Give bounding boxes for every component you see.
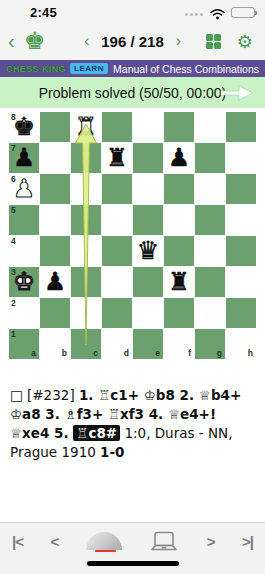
learn-badge: LEARN [70, 63, 108, 74]
square-g2[interactable] [195, 298, 225, 328]
notation-highlighted-move[interactable]: ♖c8# [73, 425, 120, 441]
square-a8[interactable]: 8♚ [9, 112, 39, 142]
square-b4[interactable] [40, 236, 70, 266]
notation-segment: 2. [180, 387, 199, 403]
square-e2[interactable] [133, 298, 163, 328]
first-move-button[interactable]: |< [12, 532, 23, 552]
computer-analysis-icon[interactable] [149, 531, 179, 553]
next-arrow-button[interactable] [219, 84, 255, 106]
notation-segment: ♕xe4 [10, 425, 54, 441]
square-f6[interactable] [164, 174, 194, 204]
rank-label-2: 2 [11, 298, 16, 308]
square-c2[interactable] [71, 298, 101, 328]
square-h2[interactable] [226, 298, 256, 328]
square-g4[interactable] [195, 236, 225, 266]
nav-bar: ‹ ♚ ‹ 196 / 218 › ⚙ [0, 24, 265, 60]
hint-dome-icon[interactable] [86, 532, 122, 552]
piece-bp-f7[interactable]: ♟ [168, 143, 190, 173]
square-d2[interactable] [102, 298, 132, 328]
piece-br-f3[interactable]: ♜ [168, 267, 190, 297]
square-d3[interactable] [102, 267, 132, 297]
piece-wk-a3[interactable]: ♚ [13, 267, 35, 297]
piece-bp-a7[interactable]: ♟ [13, 143, 35, 173]
notation-segment: ♔a8 [10, 406, 45, 422]
file-label-f: f [188, 348, 191, 358]
brand-strip: CHESS KING LEARN Manual of Chess Combina… [0, 60, 265, 77]
piece-br-d7[interactable]: ♜ [106, 143, 128, 173]
square-a2[interactable]: 2 [9, 298, 39, 328]
square-g3[interactable] [195, 267, 225, 297]
square-h1[interactable]: h [226, 329, 256, 359]
square-c7[interactable] [71, 143, 101, 173]
bottom-toolbar: |< < > >| [0, 522, 265, 574]
square-c4[interactable] [71, 236, 101, 266]
square-f7[interactable]: ♟ [164, 143, 194, 173]
notation-segment: 4. [149, 406, 168, 422]
board-grid: 8♚♜7♟♜♟6♟54♛3♚♟♜21abcdefgh [9, 112, 256, 359]
notation-segment: ♕e4+! [168, 406, 216, 422]
next-move-button[interactable]: > [207, 532, 215, 552]
square-h5[interactable] [226, 205, 256, 235]
square-f4[interactable] [164, 236, 194, 266]
notation-segment: 5. [54, 425, 73, 441]
square-f2[interactable] [164, 298, 194, 328]
file-label-d: d [124, 348, 129, 358]
square-h4[interactable] [226, 236, 256, 266]
file-label-b: b [62, 348, 67, 358]
square-b3[interactable]: ♟ [40, 267, 70, 297]
square-f5[interactable] [164, 205, 194, 235]
square-h6[interactable] [226, 174, 256, 204]
square-g5[interactable] [195, 205, 225, 235]
square-e1[interactable]: e [133, 329, 163, 359]
notation-segment: ♕b4+ [199, 387, 241, 403]
square-g7[interactable] [195, 143, 225, 173]
notation-segment: ♗f3+ [65, 406, 108, 422]
notation-segment: ♖xf3 [108, 406, 149, 422]
square-e3[interactable] [133, 267, 163, 297]
next-problem-button[interactable]: › [176, 32, 181, 50]
notation-segment: ♖c1+ [98, 387, 144, 403]
piece-wr-c8[interactable]: ♜ [75, 112, 97, 142]
square-b1[interactable]: b [40, 329, 70, 359]
piece-bq-e4[interactable]: ♛ [137, 236, 159, 266]
wifi-icon [210, 6, 225, 24]
square-c1[interactable]: c [71, 329, 101, 359]
app-screen: 2:45 ‹ ♚ ‹ 196 / 218 › ⚙ CHESS KING LEAR… [0, 0, 265, 574]
square-a6[interactable]: 6♟ [9, 174, 39, 204]
square-d5[interactable] [102, 205, 132, 235]
square-d1[interactable]: d [102, 329, 132, 359]
square-e6[interactable] [133, 174, 163, 204]
square-a3[interactable]: 3♚ [9, 267, 39, 297]
square-e4[interactable]: ♛ [133, 236, 163, 266]
home-indicator[interactable] [87, 561, 179, 566]
problem-list-grid-button[interactable] [206, 34, 221, 49]
problem-solved-text: Problem solved (50/50, 00:00) [39, 85, 227, 101]
square-h7[interactable] [226, 143, 256, 173]
square-h8[interactable] [226, 112, 256, 142]
square-d7[interactable]: ♜ [102, 143, 132, 173]
course-title: Manual of Chess Combinations [113, 63, 259, 75]
notation-segment: 1. [79, 387, 98, 403]
notation-segment: ♔b8 [144, 387, 180, 403]
square-b7[interactable] [40, 143, 70, 173]
prev-problem-button[interactable]: ‹ [84, 32, 89, 50]
notation-segment: 3. [45, 406, 64, 422]
square-d6[interactable] [102, 174, 132, 204]
chess-king-wordmark: CHESS KING [6, 64, 66, 74]
problem-solved-banner: Problem solved (50/50, 00:00) [0, 77, 265, 108]
square-c6[interactable] [71, 174, 101, 204]
piece-wp-a6[interactable]: ♟ [13, 174, 35, 204]
square-e7[interactable] [133, 143, 163, 173]
prev-move-button[interactable]: < [50, 532, 58, 552]
settings-gear-button[interactable]: ⚙ [237, 31, 253, 52]
square-e5[interactable] [133, 205, 163, 235]
square-b5[interactable] [40, 205, 70, 235]
rank-label-5: 5 [11, 205, 16, 215]
square-a4[interactable]: 4 [9, 236, 39, 266]
battery-icon [231, 7, 255, 18]
square-f3[interactable]: ♜ [164, 267, 194, 297]
cellular-signal-icon [185, 13, 203, 16]
square-d8[interactable] [102, 112, 132, 142]
square-d4[interactable] [102, 236, 132, 266]
problem-counter-text: 196 / 218 [101, 33, 164, 50]
chess-board: 8♚♜7♟♜♟6♟54♛3♚♟♜21abcdefgh [9, 112, 256, 359]
square-a5[interactable]: 5 [9, 205, 39, 235]
rank-label-1: 1 [11, 329, 16, 339]
square-c8[interactable]: ♜ [71, 112, 101, 142]
square-h3[interactable] [226, 267, 256, 297]
square-f8[interactable] [164, 112, 194, 142]
notation-segment: 1-0 [100, 444, 124, 460]
square-c5[interactable] [71, 205, 101, 235]
piece-bk-a8[interactable]: ♚ [13, 112, 35, 142]
square-f1[interactable]: f [164, 329, 194, 359]
piece-bp-b3[interactable]: ♟ [44, 267, 66, 297]
last-move-button[interactable]: >| [242, 532, 253, 552]
square-b6[interactable] [40, 174, 70, 204]
clock-time: 2:45 [30, 5, 57, 20]
file-label-e: e [155, 348, 160, 358]
square-g1[interactable]: g [195, 329, 225, 359]
square-b8[interactable] [40, 112, 70, 142]
square-a7[interactable]: 7♟ [9, 143, 39, 173]
file-label-h: h [248, 348, 253, 358]
square-a1[interactable]: 1a [9, 329, 39, 359]
file-label-a: a [31, 348, 36, 358]
notation-segment: □ [#232] [10, 387, 79, 403]
status-bar: 2:45 [0, 0, 265, 24]
square-g8[interactable] [195, 112, 225, 142]
square-c3[interactable] [71, 267, 101, 297]
notation-text: □ [#232] 1. ♖c1+ ♔b8 2. ♕b4+ ♔a8 3. ♗f3+… [0, 386, 265, 462]
square-e8[interactable] [133, 112, 163, 142]
square-b2[interactable] [40, 298, 70, 328]
square-g6[interactable] [195, 174, 225, 204]
file-label-c: c [93, 348, 98, 358]
rank-label-4: 4 [11, 236, 16, 246]
problem-counter: ‹ 196 / 218 › [0, 32, 265, 50]
file-label-g: g [217, 348, 222, 358]
